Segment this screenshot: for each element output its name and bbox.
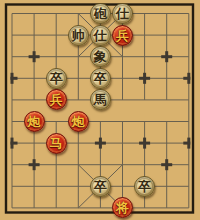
xiangqi-app: 砲仕帅仕兵象卒卒兵馬炮炮马卒卒将 [0,0,200,220]
piece-ivory-general[interactable]: 帅 [68,25,89,46]
piece-ivory-advisor[interactable]: 仕 [112,3,133,24]
piece-red-horse[interactable]: 马 [46,133,67,154]
piece-glyph: 炮 [28,111,41,132]
piece-glyph: 将 [116,197,129,218]
piece-red-cannon[interactable]: 炮 [24,111,45,132]
piece-glyph: 馬 [94,89,107,110]
piece-ivory-horse[interactable]: 馬 [90,89,111,110]
piece-glyph: 炮 [72,111,85,132]
piece-red-cannon[interactable]: 炮 [68,111,89,132]
piece-red-general[interactable]: 将 [112,197,133,218]
piece-ivory-soldier[interactable]: 卒 [46,68,67,89]
piece-glyph: 兵 [50,89,63,110]
piece-glyph: 卒 [94,68,107,89]
piece-ivory-soldier[interactable]: 卒 [90,68,111,89]
xiangqi-board[interactable]: 砲仕帅仕兵象卒卒兵馬炮炮马卒卒将 [1,3,200,219]
piece-glyph: 仕 [94,25,107,46]
piece-ivory-elephant[interactable]: 象 [90,46,111,67]
piece-glyph: 帅 [72,25,85,46]
piece-glyph: 兵 [116,25,129,46]
piece-ivory-cannon[interactable]: 砲 [90,3,111,24]
piece-glyph: 卒 [138,176,151,197]
piece-ivory-advisor[interactable]: 仕 [90,25,111,46]
piece-glyph: 仕 [116,3,129,24]
piece-red-soldier[interactable]: 兵 [112,25,133,46]
piece-glyph: 卒 [94,176,107,197]
piece-glyph: 卒 [50,68,63,89]
piece-glyph: 象 [94,46,107,67]
piece-ivory-soldier[interactable]: 卒 [134,176,155,197]
piece-glyph: 马 [50,133,63,154]
piece-red-soldier[interactable]: 兵 [46,89,67,110]
piece-ivory-soldier[interactable]: 卒 [90,176,111,197]
piece-glyph: 砲 [94,3,107,24]
